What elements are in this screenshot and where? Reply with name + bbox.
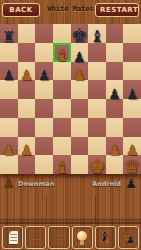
square-g3[interactable]	[106, 118, 124, 137]
square-f3[interactable]	[88, 118, 106, 137]
square-b8[interactable]	[18, 24, 36, 43]
chess-pieces-icon: ♝	[99, 230, 111, 243]
square-a1[interactable]	[0, 155, 18, 174]
square-g5[interactable]: ♟	[106, 80, 124, 99]
square-f8[interactable]: ♝	[88, 24, 106, 43]
square-e3[interactable]	[71, 118, 89, 137]
square-c3[interactable]	[35, 118, 53, 137]
arrow-left-icon: ←	[26, 230, 45, 245]
square-f4[interactable]	[88, 99, 106, 118]
square-a4[interactable]	[0, 99, 18, 118]
white-pawn-icon: ♟	[3, 176, 15, 192]
square-d6[interactable]	[53, 62, 71, 81]
black-player-name: Android	[92, 180, 121, 188]
square-c8[interactable]	[35, 24, 53, 43]
square-e4[interactable]	[71, 99, 89, 118]
square-c5[interactable]	[35, 80, 53, 99]
square-h7[interactable]	[123, 43, 141, 62]
square-c1[interactable]	[35, 155, 53, 174]
square-g7[interactable]	[106, 43, 124, 62]
wood-panel	[0, 196, 141, 222]
square-e8[interactable]: ♚	[71, 24, 89, 43]
square-b6[interactable]: ♟	[18, 62, 36, 81]
square-d3[interactable]	[53, 118, 71, 137]
square-b2[interactable]: ♟	[18, 137, 36, 156]
white-player-name: Downman	[18, 180, 54, 188]
square-d5[interactable]	[53, 80, 71, 99]
header-bar: BACK White Mates RESTART	[0, 0, 141, 24]
square-e2[interactable]	[71, 137, 89, 156]
moves-list-button[interactable]	[2, 226, 23, 249]
plank-seam	[95, 196, 96, 222]
bottom-toolbar: ← → ♝ ♟ ♚ ♟	[0, 222, 141, 250]
square-e6[interactable]: ♟	[71, 62, 89, 81]
redo-button[interactable]: →	[48, 226, 69, 249]
chess-pieces-dark-icon-2: ♟	[126, 235, 135, 245]
white-bishop: ♝	[53, 48, 71, 64]
square-b5[interactable]	[18, 80, 36, 99]
square-a3[interactable]	[0, 118, 18, 137]
chess-board[interactable]: ♜♚♝♝♟♟♟♟♟♟♟♟♟♟♟♝♚♛	[0, 24, 141, 174]
game-setup-button[interactable]: ♚ ♟	[118, 226, 139, 249]
square-h8[interactable]	[123, 24, 141, 43]
hint-button[interactable]	[72, 226, 93, 249]
chess-pieces-icon-2: ♟	[103, 235, 112, 245]
square-a8[interactable]: ♜	[0, 24, 18, 43]
square-d2[interactable]	[53, 137, 71, 156]
square-f6[interactable]	[88, 62, 106, 81]
square-h5[interactable]: ♟	[123, 80, 141, 99]
square-b1[interactable]	[18, 155, 36, 174]
square-h3[interactable]	[123, 118, 141, 137]
square-f2[interactable]	[88, 137, 106, 156]
document-icon	[9, 231, 18, 244]
square-g8[interactable]	[106, 24, 124, 43]
square-d7[interactable]: ♝	[53, 43, 71, 62]
square-h1[interactable]: ♛	[123, 155, 141, 174]
square-g4[interactable]	[106, 99, 124, 118]
square-e5[interactable]	[71, 80, 89, 99]
square-e1[interactable]	[71, 155, 89, 174]
square-a7[interactable]	[0, 43, 18, 62]
lightbulb-icon	[77, 231, 87, 241]
plank-seam	[46, 196, 47, 222]
chess-pieces-dark-icon: ♚	[121, 230, 133, 243]
undo-button[interactable]: ←	[25, 226, 46, 249]
square-c4[interactable]	[35, 99, 53, 118]
square-d1[interactable]: ♝	[53, 155, 71, 174]
square-h4[interactable]	[123, 99, 141, 118]
square-b3[interactable]	[18, 118, 36, 137]
black-pawn-icon: ♟	[125, 176, 137, 192]
square-f7[interactable]	[88, 43, 106, 62]
square-g6[interactable]	[106, 62, 124, 81]
square-c6[interactable]: ♟	[35, 62, 53, 81]
square-c7[interactable]	[35, 43, 53, 62]
square-f1[interactable]: ♚	[88, 155, 106, 174]
square-f5[interactable]	[88, 80, 106, 99]
square-a5[interactable]	[0, 80, 18, 99]
pieces-button[interactable]: ♝ ♟	[95, 226, 116, 249]
square-b7[interactable]	[18, 43, 36, 62]
player-strip: ♟ Downman Android ♟	[0, 174, 141, 196]
square-c2[interactable]	[35, 137, 53, 156]
square-b4[interactable]	[18, 99, 36, 118]
chess-app: BACK White Mates RESTART ♜♚♝♝♟♟♟♟♟♟♟♟♟♟♟…	[0, 0, 141, 250]
arrow-right-icon: →	[49, 230, 68, 245]
square-a2[interactable]: ♟	[0, 137, 18, 156]
square-e7[interactable]: ♟	[71, 43, 89, 62]
restart-button[interactable]: RESTART	[95, 3, 139, 17]
square-h2[interactable]: ♟	[123, 137, 141, 156]
square-a6[interactable]: ♟	[0, 62, 18, 81]
square-g1[interactable]	[106, 155, 124, 174]
square-h6[interactable]	[123, 62, 141, 81]
square-d4[interactable]	[53, 99, 71, 118]
square-g2[interactable]: ♟	[106, 137, 124, 156]
square-d8[interactable]	[53, 24, 71, 43]
